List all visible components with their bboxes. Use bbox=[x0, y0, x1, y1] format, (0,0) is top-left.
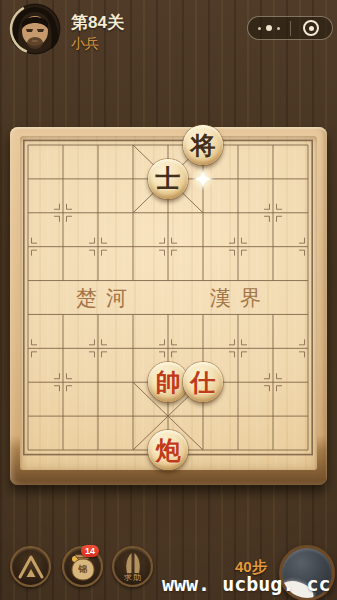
ellipsis-icon bbox=[258, 27, 261, 30]
piece-士-black[interactable]: 士 bbox=[148, 159, 188, 199]
more-button[interactable] bbox=[248, 17, 290, 39]
close-button[interactable] bbox=[291, 17, 333, 39]
hint-count-badge: 14 bbox=[81, 545, 99, 557]
ellipsis-icon bbox=[277, 27, 280, 30]
piece-炮-red[interactable]: 炮 bbox=[148, 430, 188, 470]
watermark: www. ucbug. cc bbox=[162, 572, 331, 596]
player-rank: 小兵 bbox=[71, 35, 99, 53]
piece-帥-red[interactable]: 帥 bbox=[148, 362, 188, 402]
river-label-right: 漢界 bbox=[210, 284, 270, 312]
piece-char: 帥 bbox=[156, 370, 181, 395]
level-title: 第84关 bbox=[71, 11, 124, 34]
piece-char: 将 bbox=[191, 133, 216, 158]
player-avatar bbox=[9, 3, 61, 55]
piece-char: 炮 bbox=[156, 438, 181, 463]
ellipsis-icon bbox=[266, 25, 272, 31]
piece-仕-red[interactable]: 仕 bbox=[183, 362, 223, 402]
piece-char: 仕 bbox=[191, 370, 216, 395]
circle-dot-icon bbox=[303, 20, 319, 36]
app-screen: 第84关 小兵 楚河 漢界 将士帥仕炮 bbox=[0, 0, 337, 600]
collapse-button[interactable] bbox=[10, 546, 51, 587]
chevron-up-icon bbox=[17, 554, 45, 580]
piece-char: 士 bbox=[156, 166, 181, 191]
help-button[interactable] bbox=[112, 546, 153, 587]
praying-hands-icon bbox=[120, 551, 146, 575]
piece-将-black[interactable]: 将 bbox=[183, 125, 223, 165]
miniprogram-capsule bbox=[247, 16, 333, 40]
river-label-left: 楚河 bbox=[76, 284, 136, 312]
